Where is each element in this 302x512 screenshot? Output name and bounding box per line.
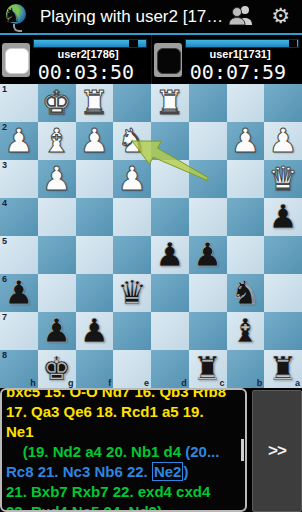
square-h2[interactable]: ♟2 — [0, 122, 38, 160]
square-g2[interactable]: ♝ — [38, 122, 76, 160]
white-time-bar-notch — [129, 40, 138, 47]
file-label-c: c — [219, 378, 224, 388]
square-c2[interactable] — [189, 122, 227, 160]
knight-globe-app-icon: ♞ — [2, 2, 32, 32]
square-b4[interactable] — [227, 198, 265, 236]
file-label-d: d — [181, 378, 187, 388]
square-h5[interactable]: 5 — [0, 236, 38, 274]
black-queen: ♛ — [113, 274, 151, 312]
square-d7[interactable] — [151, 312, 189, 350]
black-player-name: user1[1731] — [184, 48, 296, 60]
white-player-clock: 00:03:50 — [26, 60, 146, 84]
black-pawn: ♟ — [76, 312, 114, 350]
square-a1[interactable] — [264, 84, 302, 122]
square-f8[interactable]: f — [76, 350, 114, 388]
white-pawn: ♟ — [38, 160, 76, 198]
white-rook: ♜ — [151, 84, 189, 122]
move-line: (19. Nd2 a4 20. Nb1 d4 (20... — [6, 442, 242, 462]
square-g8[interactable]: ♚g — [38, 350, 76, 388]
move-list-panel[interactable]: bxc5 15. O-O Nd7 16. Qb3 Rfb817. Qa3 Qe6… — [0, 388, 247, 512]
square-f3[interactable] — [76, 160, 114, 198]
rank-label-6: 6 — [2, 274, 7, 284]
black-time-bar-notch — [289, 40, 297, 47]
square-h6[interactable]: ♟6 — [0, 274, 38, 312]
square-g6[interactable] — [38, 274, 76, 312]
square-b8[interactable]: b — [227, 350, 265, 388]
black-pawn: ♟ — [189, 236, 227, 274]
rank-label-2: 2 — [2, 122, 7, 132]
square-f6[interactable] — [76, 274, 114, 312]
square-a5[interactable] — [264, 236, 302, 274]
square-f1[interactable]: ♜ — [76, 84, 114, 122]
move-line: Ne1 — [6, 422, 242, 442]
rank-label-7: 7 — [2, 312, 7, 322]
square-g3[interactable]: ♟ — [38, 160, 76, 198]
move-text-segment[interactable]: 23. Rxd4 Ne5 24. Nd2) — [6, 503, 162, 510]
move-text-segment[interactable]: 21. Bxb7 Rxb7 22. exd4 cxd4 — [6, 483, 210, 500]
move-line: 23. Rxd4 Ne5 24. Nd2) — [6, 502, 242, 510]
rank-label-4: 4 — [2, 198, 7, 208]
square-f7[interactable]: ♟ — [76, 312, 114, 350]
white-pawn: ♟ — [264, 122, 302, 160]
square-e6[interactable]: ♛ — [113, 274, 151, 312]
rank-label-1: 1 — [2, 84, 7, 94]
chess-app-window: ♞ Playing with user2 [17… ⚙ user2[1786] … — [0, 0, 302, 512]
white-bishop: ♝ — [38, 122, 76, 160]
square-b3[interactable] — [227, 160, 265, 198]
square-f5[interactable] — [76, 236, 114, 274]
black-pawn: ♟ — [151, 236, 189, 274]
square-e5[interactable] — [113, 236, 151, 274]
square-f2[interactable]: ♟ — [76, 122, 114, 160]
square-d1[interactable]: ♜ — [151, 84, 189, 122]
square-a7[interactable] — [264, 312, 302, 350]
black-knight: ♞ — [227, 274, 265, 312]
move-text-segment[interactable]: (20... — [185, 443, 219, 460]
gear-icon[interactable]: ⚙ — [271, 0, 290, 33]
rank-label-3: 3 — [2, 160, 7, 170]
white-knight: ♞ — [113, 122, 151, 160]
file-label-g: g — [68, 378, 74, 388]
file-label-a: a — [295, 378, 300, 388]
move-line: bxc5 15. O-O Nd7 16. Qb3 Rfb8 — [6, 390, 242, 402]
file-label-b: b — [257, 378, 263, 388]
white-pawn: ♟ — [76, 122, 114, 160]
square-d6[interactable] — [151, 274, 189, 312]
square-a4[interactable]: ♟ — [264, 198, 302, 236]
square-d4[interactable] — [151, 198, 189, 236]
chess-board: 1♚♜♜♟2♝♟♞♟♟3♟♟♛4♟5♟♟♟6♛♞7♟♟♝8h♚gfed♜cb♜a — [0, 84, 302, 388]
action-bar: ♞ Playing with user2 [17… ⚙ — [0, 0, 302, 33]
square-d2[interactable] — [151, 122, 189, 160]
move-text-segment[interactable]: Ne1 — [6, 423, 34, 440]
white-pawn: ♟ — [227, 122, 265, 160]
square-c8[interactable]: ♜c — [189, 350, 227, 388]
rank-label-8: 8 — [2, 350, 7, 360]
file-label-h: h — [30, 378, 36, 388]
square-e1[interactable] — [113, 84, 151, 122]
rank-label-5: 5 — [2, 236, 7, 246]
white-player-name: user2[1786] — [32, 48, 144, 60]
square-c4[interactable] — [189, 198, 227, 236]
file-label-e: e — [144, 378, 149, 388]
square-a6[interactable] — [264, 274, 302, 312]
square-c3[interactable] — [189, 160, 227, 198]
knight-icon: ♞ — [3, 3, 21, 27]
move-line: 17. Qa3 Qe6 18. Rcd1 a5 19. — [6, 402, 242, 422]
square-h7[interactable]: 7 — [0, 312, 38, 350]
move-text-segment[interactable]: bxc5 15. O-O Nd7 16. Qb3 Rfb8 — [6, 390, 226, 400]
black-player-clock: 00:07:59 — [178, 60, 298, 84]
fast-forward-button[interactable]: >> — [252, 390, 302, 512]
square-c6[interactable] — [189, 274, 227, 312]
square-c5[interactable]: ♟ — [189, 236, 227, 274]
move-text-segment[interactable]: (19. Nd2 a4 20. Nb1 d4 — [6, 443, 185, 460]
square-d8[interactable]: d — [151, 350, 189, 388]
square-c7[interactable] — [189, 312, 227, 350]
current-move[interactable]: Ne2 — [152, 462, 184, 481]
scrollbar-thumb[interactable] — [241, 439, 244, 461]
square-d5[interactable]: ♟ — [151, 236, 189, 274]
square-h8[interactable]: 8h — [0, 350, 38, 388]
white-king: ♚ — [38, 84, 76, 122]
white-rook: ♜ — [76, 84, 114, 122]
square-h3[interactable]: 3 — [0, 160, 38, 198]
square-d3[interactable] — [151, 160, 189, 198]
square-h1[interactable]: 1 — [0, 84, 38, 122]
square-g1[interactable]: ♚ — [38, 84, 76, 122]
square-a3[interactable]: ♛ — [264, 160, 302, 198]
square-e3[interactable]: ♟ — [113, 160, 151, 198]
white-queen: ♛ — [264, 160, 302, 198]
square-e7[interactable] — [113, 312, 151, 350]
file-label-f: f — [108, 378, 111, 388]
black-pawn: ♟ — [38, 312, 76, 350]
square-b2[interactable]: ♟ — [227, 122, 265, 160]
page-title: Playing with user2 [17… — [40, 7, 229, 27]
square-c1[interactable] — [189, 84, 227, 122]
move-line: Rc8 21. Nc3 Nb6 22. Ne2) — [6, 462, 242, 482]
square-e8[interactable]: e — [113, 350, 151, 388]
square-a2[interactable]: ♟ — [264, 122, 302, 160]
square-g7[interactable]: ♟ — [38, 312, 76, 350]
square-e4[interactable] — [113, 198, 151, 236]
square-b5[interactable] — [227, 236, 265, 274]
black-time-bar — [185, 39, 299, 48]
move-text-segment[interactable]: 17. Qa3 Qe6 18. Rcd1 a5 19. — [6, 403, 204, 420]
move-list[interactable]: bxc5 15. O-O Nd7 16. Qb3 Rfb817. Qa3 Qe6… — [6, 390, 242, 510]
square-b6[interactable]: ♞ — [227, 274, 265, 312]
move-line: 21. Bxb7 Rxb7 22. exd4 cxd4 — [6, 482, 242, 502]
square-b1[interactable] — [227, 84, 265, 122]
white-player-panel: user2[1786] 00:03:50 — [0, 35, 148, 84]
square-f4[interactable] — [76, 198, 114, 236]
square-g5[interactable] — [38, 236, 76, 274]
square-e2[interactable]: ♞ — [113, 122, 151, 160]
black-pawn: ♟ — [264, 198, 302, 236]
move-text-segment[interactable]: Rc8 21. Nc3 Nb6 22. — [6, 463, 152, 480]
black-bishop: ♝ — [227, 312, 265, 350]
square-b7[interactable]: ♝ — [227, 312, 265, 350]
white-time-bar — [33, 39, 147, 48]
white-pawn: ♟ — [113, 160, 151, 198]
square-g4[interactable] — [38, 198, 76, 236]
square-a8[interactable]: ♜a — [264, 350, 302, 388]
move-text-segment[interactable]: ) — [183, 463, 188, 480]
player-strip: user2[1786] 00:03:50 user1[1731] 00:07:5… — [0, 35, 302, 84]
players-icon[interactable] — [229, 5, 255, 29]
black-player-panel: user1[1731] 00:07:59 — [151, 35, 300, 84]
square-h4[interactable]: 4 — [0, 198, 38, 236]
